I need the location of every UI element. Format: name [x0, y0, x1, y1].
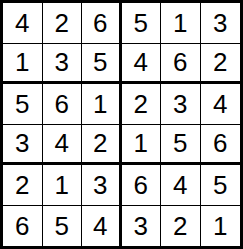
cell-r6c5[interactable]: 2	[161, 206, 201, 247]
cell-r6c2[interactable]: 5	[43, 206, 83, 247]
cell-digit: 5	[213, 172, 227, 198]
cell-r6c4[interactable]: 3	[122, 206, 162, 247]
cell-digit: 5	[15, 91, 29, 117]
cell-digit: 2	[173, 213, 187, 239]
cell-digit: 6	[15, 213, 29, 239]
cell-r4c1[interactable]: 3	[3, 125, 43, 166]
cell-digit: 1	[15, 49, 29, 75]
cell-r2c4[interactable]: 4	[122, 44, 162, 85]
cell-r1c4[interactable]: 5	[122, 3, 162, 44]
cell-r2c1[interactable]: 1	[3, 44, 43, 85]
cell-digit: 5	[134, 10, 148, 36]
cell-digit: 2	[15, 172, 29, 198]
cell-r5c3[interactable]: 3	[82, 165, 122, 206]
cell-digit: 2	[213, 49, 227, 75]
cell-digit: 3	[15, 130, 29, 156]
cell-r5c4[interactable]: 6	[122, 165, 162, 206]
cell-r5c5[interactable]: 4	[161, 165, 201, 206]
cell-digit: 6	[213, 130, 227, 156]
cell-digit: 3	[55, 49, 69, 75]
cell-r4c6[interactable]: 6	[201, 125, 241, 166]
cell-digit: 2	[134, 91, 148, 117]
cell-digit: 1	[134, 130, 148, 156]
cell-r4c5[interactable]: 5	[161, 125, 201, 166]
cell-digit: 3	[134, 213, 148, 239]
cell-digit: 4	[55, 130, 69, 156]
cell-digit: 4	[134, 49, 148, 75]
cell-digit: 2	[93, 130, 107, 156]
cell-digit: 6	[93, 10, 107, 36]
cell-r5c2[interactable]: 1	[43, 165, 83, 206]
cell-r3c5[interactable]: 3	[161, 84, 201, 125]
cell-digit: 6	[173, 49, 187, 75]
cell-r4c2[interactable]: 4	[43, 125, 83, 166]
cell-r1c6[interactable]: 3	[201, 3, 241, 44]
cell-digit: 1	[173, 10, 187, 36]
cell-digit: 6	[134, 172, 148, 198]
cell-digit: 6	[55, 91, 69, 117]
cell-digit: 3	[173, 91, 187, 117]
cell-digit: 4	[93, 213, 107, 239]
cell-r4c3[interactable]: 2	[82, 125, 122, 166]
cell-digit: 3	[93, 172, 107, 198]
cell-r1c2[interactable]: 2	[43, 3, 83, 44]
cell-r1c5[interactable]: 1	[161, 3, 201, 44]
cell-r6c1[interactable]: 6	[3, 206, 43, 247]
cell-r5c1[interactable]: 2	[3, 165, 43, 206]
cell-digit: 1	[55, 172, 69, 198]
cell-digit: 5	[173, 130, 187, 156]
cell-digit: 1	[93, 91, 107, 117]
cell-r3c3[interactable]: 1	[82, 84, 122, 125]
cell-r2c5[interactable]: 6	[161, 44, 201, 85]
cell-r2c3[interactable]: 5	[82, 44, 122, 85]
cell-r6c6[interactable]: 1	[201, 206, 241, 247]
cell-digit: 3	[213, 10, 227, 36]
sudoku-board: 4 2 6 5 1 3 1 3 5 4 6 2 5 6 1 2 3 4 3 4 …	[0, 0, 243, 249]
cell-r4c4[interactable]: 1	[122, 125, 162, 166]
cell-r3c6[interactable]: 4	[201, 84, 241, 125]
cell-r3c1[interactable]: 5	[3, 84, 43, 125]
cell-r2c2[interactable]: 3	[43, 44, 83, 85]
cell-digit: 5	[93, 49, 107, 75]
cell-r1c3[interactable]: 6	[82, 3, 122, 44]
cell-digit: 4	[213, 91, 227, 117]
cell-r5c6[interactable]: 5	[201, 165, 241, 206]
cell-digit: 1	[213, 213, 227, 239]
cell-r3c2[interactable]: 6	[43, 84, 83, 125]
cell-r1c1[interactable]: 4	[3, 3, 43, 44]
cell-digit: 4	[15, 10, 29, 36]
cell-r2c6[interactable]: 2	[201, 44, 241, 85]
cell-r3c4[interactable]: 2	[122, 84, 162, 125]
cell-digit: 4	[173, 172, 187, 198]
cell-r6c3[interactable]: 4	[82, 206, 122, 247]
cell-digit: 5	[55, 213, 69, 239]
cell-digit: 2	[55, 10, 69, 36]
